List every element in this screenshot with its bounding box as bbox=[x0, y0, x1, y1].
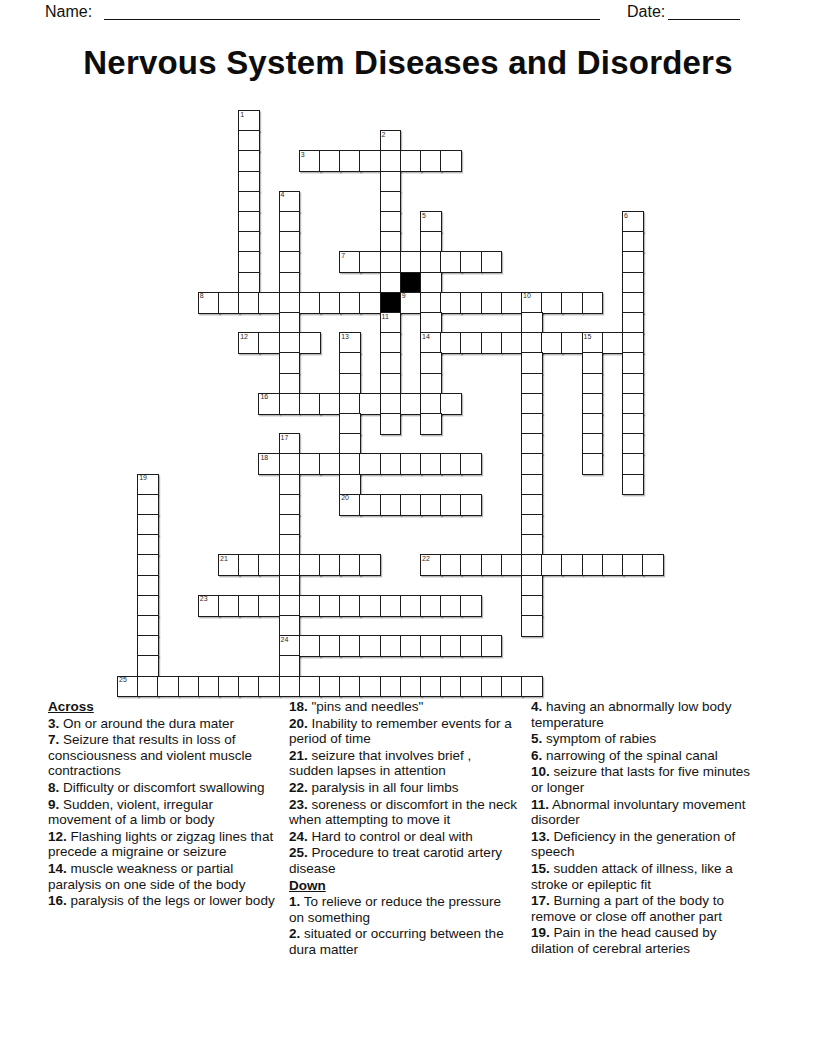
grid-cell-r12c11[interactable] bbox=[339, 352, 361, 374]
grid-cell-r6c15[interactable] bbox=[420, 231, 442, 253]
grid-cell-r22c11[interactable] bbox=[339, 554, 361, 576]
grid-cell-r4c13[interactable] bbox=[380, 191, 402, 213]
grid-cell-r9c15[interactable] bbox=[420, 292, 442, 314]
clue-column-3: 4. having an abnormally low body tempera… bbox=[531, 699, 760, 958]
clue-num-label: 22. bbox=[289, 780, 308, 795]
grid-cell-r8c15[interactable] bbox=[420, 272, 442, 294]
grid-cell-r0c6[interactable]: 1 bbox=[238, 110, 260, 132]
clue-7-across: 7. Seizure that results in loss of consc… bbox=[48, 732, 277, 779]
grid-cell-r28c13[interactable] bbox=[380, 676, 402, 698]
grid-cell-r23c8[interactable] bbox=[279, 575, 301, 597]
clue-12-across: 12. Flashing lights or zigzag lines that… bbox=[48, 829, 277, 860]
grid-cell-r9c19[interactable] bbox=[501, 292, 523, 314]
grid-cell-r28c7[interactable] bbox=[258, 676, 280, 698]
grid-cell-r11c25[interactable] bbox=[622, 332, 644, 354]
grid-cell-r27c8[interactable] bbox=[279, 655, 301, 677]
grid-cell-r24c12[interactable] bbox=[359, 595, 381, 617]
grid-cell-r28c12[interactable] bbox=[359, 676, 381, 698]
clue-num-label: 10. bbox=[531, 764, 550, 779]
grid-cell-r15c25[interactable] bbox=[622, 413, 644, 435]
grid-cell-r26c14[interactable] bbox=[400, 635, 422, 657]
grid-cell-r14c25[interactable] bbox=[622, 393, 644, 415]
grid-cell-r16c11[interactable] bbox=[339, 433, 361, 455]
grid-cell-r17c10[interactable] bbox=[319, 453, 341, 475]
date-label: Date: bbox=[627, 3, 665, 21]
grid-cell-r10c13[interactable]: 11 bbox=[380, 312, 402, 334]
grid-cell-r24c17[interactable] bbox=[460, 595, 482, 617]
grid-cell-r2c13[interactable] bbox=[380, 150, 402, 172]
name-blank-line bbox=[104, 3, 600, 20]
grid-cell-r24c20[interactable] bbox=[521, 595, 543, 617]
grid-cell-r26c18[interactable] bbox=[481, 635, 503, 657]
grid-cell-r11c19[interactable] bbox=[501, 332, 523, 354]
grid-cell-r22c24[interactable] bbox=[602, 554, 624, 576]
grid-cell-r24c7[interactable] bbox=[258, 595, 280, 617]
grid-cell-r15c23[interactable] bbox=[582, 413, 604, 435]
grid-cell-r14c10[interactable] bbox=[319, 393, 341, 415]
clue-number-25: 25 bbox=[119, 676, 127, 684]
grid-cell-r9c17[interactable] bbox=[460, 292, 482, 314]
grid-cell-r14c7[interactable]: 16 bbox=[258, 393, 280, 415]
grid-cell-r5c25[interactable]: 6 bbox=[622, 211, 644, 233]
grid-cell-r28c17[interactable] bbox=[460, 676, 482, 698]
grid-cell-r13c8[interactable] bbox=[279, 373, 301, 395]
grid-cell-r15c20[interactable] bbox=[521, 413, 543, 435]
grid-cell-r28c2[interactable] bbox=[157, 676, 179, 698]
grid-cell-r9c25[interactable] bbox=[622, 292, 644, 314]
clue-number-4: 4 bbox=[281, 191, 285, 199]
grid-cell-r22c1[interactable] bbox=[137, 554, 159, 576]
clue-9-across: 9. Sudden, violent, irregular movement o… bbox=[48, 797, 277, 828]
grid-cell-r3c13[interactable] bbox=[380, 171, 402, 193]
clue-20-across: 20. Inability to remember events for a p… bbox=[289, 716, 518, 747]
clue-number-16: 16 bbox=[260, 393, 268, 401]
grid-cell-r11c23[interactable]: 15 bbox=[582, 332, 604, 354]
grid-cell-r12c20[interactable] bbox=[521, 352, 543, 374]
grid-cell-r6c25[interactable] bbox=[622, 231, 644, 253]
grid-cell-r22c7[interactable] bbox=[258, 554, 280, 576]
grid-cell-r28c15[interactable] bbox=[420, 676, 442, 698]
clue-23-across: 23. soreness or discomfort in the neck w… bbox=[289, 797, 518, 828]
grid-cell-r7c11[interactable]: 7 bbox=[339, 251, 361, 273]
clue-24-across: 24. Hard to control or deal with bbox=[289, 829, 518, 845]
clue-num-label: 5. bbox=[531, 731, 542, 746]
grid-cell-r11c21[interactable] bbox=[541, 332, 563, 354]
grid-cell-r28c19[interactable] bbox=[501, 676, 523, 698]
grid-cell-r1c6[interactable] bbox=[238, 130, 260, 152]
grid-cell-r11c17[interactable] bbox=[460, 332, 482, 354]
grid-cell-r28c8[interactable] bbox=[279, 676, 301, 698]
clue-num-label: 11. bbox=[531, 797, 549, 812]
grid-cell-r7c16[interactable] bbox=[440, 251, 462, 273]
grid-cell-r28c5[interactable] bbox=[218, 676, 240, 698]
grid-cell-r9c22[interactable] bbox=[561, 292, 583, 314]
grid-cell-r18c20[interactable] bbox=[521, 474, 543, 496]
grid-cell-r23c1[interactable] bbox=[137, 575, 159, 597]
grid-cell-r19c13[interactable] bbox=[380, 494, 402, 516]
grid-cell-r26c11[interactable] bbox=[339, 635, 361, 657]
grid-cell-r19c15[interactable] bbox=[420, 494, 442, 516]
grid-cell-r9c7[interactable] bbox=[258, 292, 280, 314]
grid-cell-r2c6[interactable] bbox=[238, 150, 260, 172]
clue-8-across: 8. Difficulty or discomfort swallowing bbox=[48, 780, 277, 796]
grid-cell-r7c13[interactable] bbox=[380, 251, 402, 273]
grid-cell-r13c23[interactable] bbox=[582, 373, 604, 395]
clue-num-label: 17. bbox=[531, 893, 550, 908]
clue-num-label: 13. bbox=[531, 829, 550, 844]
grid-cell-r22c6[interactable] bbox=[238, 554, 260, 576]
grid-cell-r8c25[interactable] bbox=[622, 272, 644, 294]
grid-cell-r15c11[interactable] bbox=[339, 413, 361, 435]
clue-num-label: 4. bbox=[531, 699, 542, 714]
grid-cell-r28c9[interactable] bbox=[299, 676, 321, 698]
grid-cell-r7c25[interactable] bbox=[622, 251, 644, 273]
grid-cell-r19c17[interactable] bbox=[460, 494, 482, 516]
clue-num-label: 15. bbox=[531, 861, 550, 876]
grid-cell-r12c23[interactable] bbox=[582, 352, 604, 374]
clue-6-down: 6. narrowing of the spinal canal bbox=[531, 748, 760, 764]
grid-cell-r24c14[interactable] bbox=[400, 595, 422, 617]
grid-cell-r28c18[interactable] bbox=[481, 676, 503, 698]
grid-cell-r11c6[interactable]: 12 bbox=[238, 332, 260, 354]
grid-cell-r17c15[interactable] bbox=[420, 453, 442, 475]
grid-cell-r7c12[interactable] bbox=[359, 251, 381, 273]
grid-cell-r26c16[interactable] bbox=[440, 635, 462, 657]
grid-cell-r4c8[interactable]: 4 bbox=[279, 191, 301, 213]
grid-cell-r1c13[interactable]: 2 bbox=[380, 130, 402, 152]
clue-2-down: 2. situated or occurring between the dur… bbox=[289, 926, 518, 957]
grid-cell-r26c13[interactable] bbox=[380, 635, 402, 657]
grid-cell-r22c20[interactable] bbox=[521, 554, 543, 576]
grid-cell-r22c26[interactable] bbox=[642, 554, 664, 576]
grid-cell-r16c23[interactable] bbox=[582, 433, 604, 455]
grid-cell-r22c17[interactable] bbox=[460, 554, 482, 576]
grid-cell-r9c6[interactable] bbox=[238, 292, 260, 314]
grid-cell-r9c5[interactable] bbox=[218, 292, 240, 314]
clue-column-2: 18. "pins and needles"20. Inability to r… bbox=[289, 699, 518, 959]
grid-cell-r7c17[interactable] bbox=[460, 251, 482, 273]
grid-cell-r24c5[interactable] bbox=[218, 595, 240, 617]
clue-number-6: 6 bbox=[624, 212, 628, 220]
grid-cell-r22c12[interactable] bbox=[359, 554, 381, 576]
grid-cell-r17c8[interactable] bbox=[279, 453, 301, 475]
clue-17-down: 17. Burning a part of the body to remove… bbox=[531, 893, 760, 924]
grid-cell-r13c25[interactable] bbox=[622, 373, 644, 395]
grid-cell-r19c8[interactable] bbox=[279, 494, 301, 516]
grid-cell-r25c8[interactable] bbox=[279, 615, 301, 637]
grid-cell-r28c11[interactable] bbox=[339, 676, 361, 698]
grid-cell-r25c1[interactable] bbox=[137, 615, 159, 637]
grid-cell-r10c25[interactable] bbox=[622, 312, 644, 334]
grid-cell-r28c16[interactable] bbox=[440, 676, 462, 698]
grid-cell-r11c16[interactable] bbox=[440, 332, 462, 354]
clue-num-label: 1. bbox=[289, 894, 300, 909]
grid-cell-r22c18[interactable] bbox=[481, 554, 503, 576]
grid-cell-r9c20[interactable]: 10 bbox=[521, 292, 543, 314]
grid-cell-r7c18[interactable] bbox=[481, 251, 503, 273]
grid-cell-r2c15[interactable] bbox=[420, 150, 442, 172]
grid-cell-r19c14[interactable] bbox=[400, 494, 422, 516]
grid-cell-r18c1[interactable]: 19 bbox=[137, 474, 159, 496]
clue-number-14: 14 bbox=[422, 333, 430, 341]
grid-cell-r28c6[interactable] bbox=[238, 676, 260, 698]
clue-number-21: 21 bbox=[220, 555, 228, 563]
grid-cell-r9c23[interactable] bbox=[582, 292, 604, 314]
grid-cell-r11c18[interactable] bbox=[481, 332, 503, 354]
grid-cell-r18c11[interactable] bbox=[339, 474, 361, 496]
grid-cell-r14c13[interactable] bbox=[380, 393, 402, 415]
grid-cell-r28c4[interactable] bbox=[198, 676, 220, 698]
clue-number-13: 13 bbox=[341, 333, 349, 341]
date-blank-line bbox=[668, 3, 740, 20]
grid-cell-r26c8[interactable]: 24 bbox=[279, 635, 301, 657]
grid-cell-r10c8[interactable] bbox=[279, 312, 301, 334]
grid-cell-r20c8[interactable] bbox=[279, 514, 301, 536]
grid-cell-r17c14[interactable] bbox=[400, 453, 422, 475]
grid-cell-r17c16[interactable] bbox=[440, 453, 462, 475]
grid-cell-r9c9[interactable] bbox=[299, 292, 321, 314]
grid-cell-r6c13[interactable] bbox=[380, 231, 402, 253]
grid-cell-r5c13[interactable] bbox=[380, 211, 402, 233]
grid-cell-r2c14[interactable] bbox=[400, 150, 422, 172]
grid-cell-r22c5[interactable]: 21 bbox=[218, 554, 240, 576]
clue-3-across: 3. On or around the dura mater bbox=[48, 716, 277, 732]
grid-cell-r28c20[interactable] bbox=[521, 676, 543, 698]
grid-cell-r14c14[interactable] bbox=[400, 393, 422, 415]
grid-cell-r11c11[interactable]: 13 bbox=[339, 332, 361, 354]
grid-cell-r19c1[interactable] bbox=[137, 494, 159, 516]
grid-cell-r14c11[interactable] bbox=[339, 393, 361, 415]
grid-cell-r14c9[interactable] bbox=[299, 393, 321, 415]
grid-cell-r4c6[interactable] bbox=[238, 191, 260, 213]
grid-cell-r28c10[interactable] bbox=[319, 676, 341, 698]
clue-num-label: 2. bbox=[289, 926, 300, 941]
grid-cell-r7c15[interactable] bbox=[420, 251, 442, 273]
grid-cell-r7c8[interactable] bbox=[279, 251, 301, 273]
grid-cell-r22c8[interactable] bbox=[279, 554, 301, 576]
grid-cell-r11c9[interactable] bbox=[299, 332, 321, 354]
grid-cell-r13c15[interactable] bbox=[420, 373, 442, 395]
grid-cell-r14c12[interactable] bbox=[359, 393, 381, 415]
clue-number-2: 2 bbox=[382, 131, 386, 139]
grid-cell-r9c16[interactable] bbox=[440, 292, 462, 314]
grid-cell-r2c11[interactable] bbox=[339, 150, 361, 172]
grid-cell-r22c25[interactable] bbox=[622, 554, 644, 576]
grid-cell-r19c12[interactable] bbox=[359, 494, 381, 516]
grid-cell-r11c8[interactable] bbox=[279, 332, 301, 354]
crossword-grid: 1234567891011121314151617181920212223242… bbox=[117, 110, 664, 698]
grid-cell-r28c0[interactable]: 25 bbox=[117, 676, 139, 698]
grid-cell-r2c9[interactable]: 3 bbox=[299, 150, 321, 172]
grid-cell-r28c14[interactable] bbox=[400, 676, 422, 698]
grid-cell-r11c7[interactable] bbox=[258, 332, 280, 354]
grid-cell-r9c18[interactable] bbox=[481, 292, 503, 314]
grid-cell-r28c3[interactable] bbox=[178, 676, 200, 698]
grid-cell-r14c15[interactable] bbox=[420, 393, 442, 415]
clue-18-across: 18. "pins and needles" bbox=[289, 699, 518, 715]
grid-cell-r6c6[interactable] bbox=[238, 231, 260, 253]
grid-cell-r22c10[interactable] bbox=[319, 554, 341, 576]
clue-number-22: 22 bbox=[422, 555, 430, 563]
clue-22-across: 22. paralysis in all four limbs bbox=[289, 780, 518, 796]
grid-cell-r17c12[interactable] bbox=[359, 453, 381, 475]
grid-cell-r10c20[interactable] bbox=[521, 312, 543, 334]
grid-cell-r18c25[interactable] bbox=[622, 474, 644, 496]
grid-cell-r2c12[interactable] bbox=[359, 150, 381, 172]
grid-cell-r15c15[interactable] bbox=[420, 413, 442, 435]
clue-number-7: 7 bbox=[341, 252, 345, 260]
grid-cell-r26c1[interactable] bbox=[137, 635, 159, 657]
clue-number-23: 23 bbox=[200, 595, 208, 603]
grid-cell-r11c22[interactable] bbox=[561, 332, 583, 354]
crossword-worksheet-page: { "game": "crossword", "header": { "name… bbox=[0, 0, 816, 1056]
grid-cell-r26c17[interactable] bbox=[460, 635, 482, 657]
grid-cell-r12c8[interactable] bbox=[279, 352, 301, 374]
grid-cell-r20c1[interactable] bbox=[137, 514, 159, 536]
clue-num-label: 9. bbox=[48, 797, 59, 812]
grid-cell-r12c13[interactable] bbox=[380, 352, 402, 374]
grid-cell-r11c15[interactable]: 14 bbox=[420, 332, 442, 354]
grid-cell-r9c11[interactable] bbox=[339, 292, 361, 314]
grid-cell-r16c20[interactable] bbox=[521, 433, 543, 455]
grid-cell-r22c19[interactable] bbox=[501, 554, 523, 576]
grid-cell-r22c22[interactable] bbox=[561, 554, 583, 576]
grid-cell-r14c23[interactable] bbox=[582, 393, 604, 415]
clue-num-label: 25. bbox=[289, 845, 308, 860]
clue-num-label: 18. bbox=[289, 699, 308, 714]
grid-cell-r24c9[interactable] bbox=[299, 595, 321, 617]
clue-number-12: 12 bbox=[240, 333, 248, 341]
clue-number-24: 24 bbox=[281, 636, 289, 644]
clue-number-11: 11 bbox=[382, 313, 389, 321]
grid-cell-r15c13[interactable] bbox=[380, 413, 402, 435]
grid-cell-r21c8[interactable] bbox=[279, 534, 301, 556]
grid-cell-r9c14[interactable]: 9 bbox=[400, 292, 422, 314]
grid-cell-r24c6[interactable] bbox=[238, 595, 260, 617]
clue-num-label: 3. bbox=[48, 716, 59, 731]
clue-25-across: 25. Procedure to treat carotid artery di… bbox=[289, 845, 518, 876]
grid-cell-r22c15[interactable]: 22 bbox=[420, 554, 442, 576]
grid-cell-r26c15[interactable] bbox=[420, 635, 442, 657]
grid-cell-r10c15[interactable] bbox=[420, 312, 442, 334]
grid-cell-r2c16[interactable] bbox=[440, 150, 462, 172]
clue-num-label: 19. bbox=[531, 925, 550, 940]
clue-number-18: 18 bbox=[260, 454, 268, 462]
grid-cell-r24c1[interactable] bbox=[137, 595, 159, 617]
grid-cell-r21c20[interactable] bbox=[521, 534, 543, 556]
grid-cell-r14c8[interactable] bbox=[279, 393, 301, 415]
grid-cell-r20c20[interactable] bbox=[521, 514, 543, 536]
grid-cell-r2c10[interactable] bbox=[319, 150, 341, 172]
grid-cell-r24c8[interactable] bbox=[279, 595, 301, 617]
grid-cell-r14c16[interactable] bbox=[440, 393, 462, 415]
grid-cell-r17c13[interactable] bbox=[380, 453, 402, 475]
grid-cell-r24c10[interactable] bbox=[319, 595, 341, 617]
grid-cell-r8c6[interactable] bbox=[238, 272, 260, 294]
grid-cell-r9c12[interactable] bbox=[359, 292, 381, 314]
clue-num-label: 21. bbox=[289, 748, 308, 763]
grid-cell-r17c11[interactable] bbox=[339, 453, 361, 475]
grid-cell-r25c20[interactable] bbox=[521, 615, 543, 637]
grid-cell-r11c24[interactable] bbox=[602, 332, 624, 354]
grid-cell-r22c9[interactable] bbox=[299, 554, 321, 576]
grid-cell-r13c20[interactable] bbox=[521, 373, 543, 395]
grid-cell-r13c11[interactable] bbox=[339, 373, 361, 395]
grid-cell-r23c20[interactable] bbox=[521, 575, 543, 597]
grid-cell-r26c10[interactable] bbox=[319, 635, 341, 657]
grid-cell-r24c16[interactable] bbox=[440, 595, 462, 617]
grid-cell-r21c1[interactable] bbox=[137, 534, 159, 556]
grid-cell-r24c15[interactable] bbox=[420, 595, 442, 617]
clue-num-label: 7. bbox=[48, 732, 59, 747]
grid-cell-r5c15[interactable]: 5 bbox=[420, 211, 442, 233]
clue-num-label: 24. bbox=[289, 829, 308, 844]
grid-cell-r19c11[interactable]: 20 bbox=[339, 494, 361, 516]
page-title: Nervous System Diseases and Disorders bbox=[0, 44, 816, 82]
grid-cell-r26c12[interactable] bbox=[359, 635, 381, 657]
grid-cell-r13c13[interactable] bbox=[380, 373, 402, 395]
grid-cell-r17c17[interactable] bbox=[460, 453, 482, 475]
grid-cell-r11c13[interactable] bbox=[380, 332, 402, 354]
clue-21-across: 21. seizure that involves brief , sudden… bbox=[289, 748, 518, 779]
grid-cell-r22c16[interactable] bbox=[440, 554, 462, 576]
grid-cell-r27c1[interactable] bbox=[137, 655, 159, 677]
grid-cell-r17c9[interactable] bbox=[299, 453, 321, 475]
grid-cell-r18c8[interactable] bbox=[279, 474, 301, 496]
clue-14-across: 14. muscle weakness or partial paralysis… bbox=[48, 861, 277, 892]
grid-cell-r19c16[interactable] bbox=[440, 494, 462, 516]
grid-cell-r24c4[interactable]: 23 bbox=[198, 595, 220, 617]
grid-cell-r11c20[interactable] bbox=[521, 332, 543, 354]
clue-column-1: Across3. On or around the dura mater7. S… bbox=[48, 699, 277, 910]
clue-number-17: 17 bbox=[281, 434, 289, 442]
grid-cell-r17c7[interactable]: 18 bbox=[258, 453, 280, 475]
grid-cell-r24c13[interactable] bbox=[380, 595, 402, 617]
grid-cell-r14c20[interactable] bbox=[521, 393, 543, 415]
grid-cell-r16c8[interactable]: 17 bbox=[279, 433, 301, 455]
clue-number-19: 19 bbox=[139, 474, 147, 482]
grid-cell-r22c21[interactable] bbox=[541, 554, 563, 576]
grid-cell-r9c21[interactable] bbox=[541, 292, 563, 314]
grid-cell-r7c6[interactable] bbox=[238, 251, 260, 273]
grid-cell-r5c6[interactable] bbox=[238, 211, 260, 233]
grid-cell-r22c23[interactable] bbox=[582, 554, 604, 576]
grid-cell-r17c23[interactable] bbox=[582, 453, 604, 475]
grid-cell-r9c8[interactable] bbox=[279, 292, 301, 314]
grid-cell-r24c11[interactable] bbox=[339, 595, 361, 617]
grid-cell-r5c8[interactable] bbox=[279, 211, 301, 233]
grid-cell-r12c15[interactable] bbox=[420, 352, 442, 374]
grid-cell-r17c25[interactable] bbox=[622, 453, 644, 475]
clue-19-down: 19. Pain in the head caused by dilation … bbox=[531, 925, 760, 956]
grid-cell-r7c14[interactable] bbox=[400, 251, 422, 273]
grid-cell-r9c10[interactable] bbox=[319, 292, 341, 314]
grid-cell-r9c4[interactable]: 8 bbox=[198, 292, 220, 314]
grid-cell-r12c25[interactable] bbox=[622, 352, 644, 374]
grid-cell-r8c8[interactable] bbox=[279, 272, 301, 294]
grid-cell-r6c8[interactable] bbox=[279, 231, 301, 253]
grid-cell-r28c1[interactable] bbox=[137, 676, 159, 698]
grid-cell-r16c25[interactable] bbox=[622, 433, 644, 455]
clue-num-label: 23. bbox=[289, 797, 308, 812]
grid-cell-r8c13[interactable] bbox=[380, 272, 402, 294]
clue-number-10: 10 bbox=[523, 292, 531, 300]
grid-cell-r3c6[interactable] bbox=[238, 171, 260, 193]
grid-cell-r19c20[interactable] bbox=[521, 494, 543, 516]
grid-cell-r26c9[interactable] bbox=[299, 635, 321, 657]
grid-cell-r17c20[interactable] bbox=[521, 453, 543, 475]
black-cell-r9c13 bbox=[380, 292, 402, 314]
